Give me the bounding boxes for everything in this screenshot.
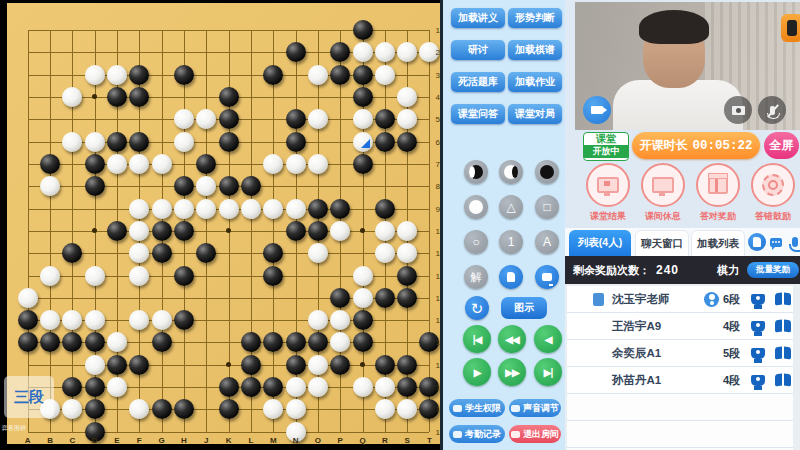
white-stone-S4 — [397, 87, 417, 107]
white-stone-E17 — [107, 377, 127, 397]
column-label: P — [333, 436, 347, 445]
white-stone-D14 — [85, 310, 105, 330]
trophy-reward-icon[interactable] — [751, 348, 765, 359]
student-name: 沈玉宇老师 — [612, 292, 704, 307]
homework-book-icon[interactable] — [775, 320, 791, 332]
lesson-button-6[interactable]: 加载作业 — [508, 72, 562, 92]
camera-icon — [732, 106, 745, 115]
button-icon — [453, 405, 462, 412]
playback-rewind-button[interactable]: ◀◀ — [498, 325, 526, 353]
roster-row-2[interactable]: 王浩宇A94段 — [567, 313, 793, 340]
star-point — [92, 94, 97, 99]
star-point — [226, 362, 231, 367]
black-stone-R6 — [375, 132, 395, 152]
white-stone-N9 — [286, 199, 306, 219]
white-stone-D16 — [85, 355, 105, 375]
column-label: D — [88, 436, 102, 445]
white-stone-D6 — [85, 132, 105, 152]
white-stone-A13 — [18, 288, 38, 308]
black-stone-P13 — [330, 288, 350, 308]
rank-value: 5段 — [723, 346, 751, 361]
white-stone-E7 — [107, 154, 127, 174]
reward-count-label: 剩余奖励次数： — [573, 263, 650, 278]
tab-1[interactable]: 列表(4人) — [569, 230, 631, 256]
column-label: E — [110, 436, 124, 445]
roster-row-1[interactable]: 沈玉宇老师6段 — [567, 286, 793, 313]
last-move-triangle-marker — [361, 139, 370, 148]
white-stone-E3 — [107, 65, 127, 85]
black-stone-Q3 — [353, 65, 373, 85]
column-label: N — [289, 436, 303, 445]
microphone-icon[interactable] — [786, 233, 800, 251]
black-stone-R13 — [375, 288, 395, 308]
white-stone-R11 — [375, 243, 395, 263]
white-stone-R2 — [375, 42, 395, 62]
student-name: 余奕辰A1 — [612, 346, 704, 361]
white-stone-R18 — [375, 399, 395, 419]
timer-label: 开课时长 — [639, 137, 687, 154]
black-stone-M3 — [263, 65, 283, 85]
playback-step-back-button[interactable]: ◀ — [534, 325, 562, 353]
circle-mark-icon[interactable]: ○ — [464, 230, 488, 254]
attendance-record-button[interactable]: 考勤记录 — [449, 425, 505, 443]
black-stone-C15 — [62, 332, 82, 352]
black-stone-G11 — [152, 243, 172, 263]
gift-icon — [708, 177, 728, 194]
mic-mute-button[interactable] — [758, 96, 786, 124]
black-stone-K18 — [219, 399, 239, 419]
black-stone-D15 — [85, 332, 105, 352]
black-stone-H3 — [174, 65, 194, 85]
tab-3[interactable]: 加载列表 — [691, 230, 745, 258]
white-stone-alt-icon[interactable] — [499, 160, 523, 184]
reward-actions-row: 课堂结果课间休息答对奖励答错鼓励 — [565, 163, 800, 225]
badge-icon — [762, 174, 784, 196]
white-stone-H6 — [174, 132, 194, 152]
white-stone-F14 — [129, 310, 149, 330]
black-stone-M11 — [263, 243, 283, 263]
white-stone-O11 — [308, 243, 328, 263]
white-stone-R3 — [375, 65, 395, 85]
black-stone-E4 — [107, 87, 127, 107]
monitor-icon — [597, 177, 619, 193]
black-stone-M15 — [263, 332, 283, 352]
black-stone-N6 — [286, 132, 306, 152]
batch-reward-button[interactable]: 批量奖励 — [747, 262, 799, 278]
white-stone-F9 — [129, 199, 149, 219]
black-stone-icon[interactable] — [535, 160, 559, 184]
white-stone-S11 — [397, 243, 417, 263]
black-stone-N16 — [286, 355, 306, 375]
white-stone-S10 — [397, 221, 417, 241]
black-stone-H8 — [174, 176, 194, 196]
black-stone-L15 — [241, 332, 261, 352]
black-stone-J7 — [196, 154, 216, 174]
white-stone-F12 — [129, 266, 149, 286]
teacher-video-feed[interactable] — [575, 2, 800, 130]
black-stone-H10 — [174, 221, 194, 241]
white-stone-E15 — [107, 332, 127, 352]
white-stone-S5 — [397, 109, 417, 129]
white-stone-N18 — [286, 399, 306, 419]
black-stone-G18 — [152, 399, 172, 419]
white-stone-C18 — [62, 399, 82, 419]
reward-action-1[interactable]: 课堂结果 — [581, 163, 635, 223]
tab-bar: 列表(4人)聊天窗口加载列表 — [565, 228, 800, 256]
white-stone-O17 — [308, 377, 328, 397]
black-stone-N10 — [286, 221, 306, 241]
white-stone-Q17 — [353, 377, 373, 397]
white-stone-M9 — [263, 199, 283, 219]
black-stone-E6 — [107, 132, 127, 152]
black-stone-A14 — [18, 310, 38, 330]
black-stone-M12 — [263, 266, 283, 286]
black-stone-C11 — [62, 243, 82, 263]
black-stone-S17 — [397, 377, 417, 397]
homework-book-icon[interactable] — [775, 374, 791, 386]
reward-action-label: 课间休息 — [636, 210, 690, 223]
reward-count-value: 240 — [656, 263, 679, 277]
black-stone-D8 — [85, 176, 105, 196]
white-stone-F7 — [129, 154, 149, 174]
hand-pointer-icon[interactable] — [499, 265, 523, 289]
column-label: R — [378, 436, 392, 445]
white-stone-B8 — [40, 176, 60, 196]
white-stone-D12 — [85, 266, 105, 286]
column-label: G — [155, 436, 169, 445]
white-stone-H5 — [174, 109, 194, 129]
class-status-row: 课堂 开放中 开课时长 00:05:22 全屏 — [565, 132, 800, 159]
sound-adjust-button[interactable]: 声音调节 — [509, 399, 561, 417]
class-open-badge: 课堂 开放中 — [583, 132, 629, 161]
column-label: O — [311, 436, 325, 445]
black-stone-H12 — [174, 266, 194, 286]
white-stone-J9 — [196, 199, 216, 219]
black-stone-K6 — [219, 132, 239, 152]
black-stone-H14 — [174, 310, 194, 330]
white-stone-M7 — [263, 154, 283, 174]
tab-2[interactable]: 聊天窗口 — [635, 230, 689, 258]
playback-fast-forward-button[interactable]: ▶▶ — [498, 358, 526, 386]
white-stone-S18 — [397, 399, 417, 419]
column-label: L — [244, 436, 258, 445]
homework-book-icon[interactable] — [775, 347, 791, 359]
black-stone-N2 — [286, 42, 306, 62]
lesson-button-5[interactable]: 死活题库 — [451, 72, 505, 92]
white-stone-B14 — [40, 310, 60, 330]
letter-mark-icon[interactable]: A — [535, 230, 559, 254]
black-stone-N15 — [286, 332, 306, 352]
black-stone-S6 — [397, 132, 417, 152]
tushi-diagram-button[interactable]: 图示 — [501, 297, 547, 319]
mic-muted-icon — [770, 106, 775, 115]
classroom-panel: 课堂 开放中 开课时长 00:05:22 全屏 课堂结果课间休息答对奖励答错鼓励… — [565, 0, 800, 450]
white-stone-P10 — [330, 221, 350, 241]
white-stone-M18 — [263, 399, 283, 419]
trophy-reward-icon[interactable] — [751, 294, 765, 305]
column-label: K — [222, 436, 236, 445]
black-stone-O9 — [308, 199, 328, 219]
white-stone-Q12 — [353, 266, 373, 286]
star-point — [360, 362, 365, 367]
white-stone-F10 — [129, 221, 149, 241]
column-label: F — [132, 436, 146, 445]
badge-top-text: 课堂 — [584, 133, 628, 145]
black-stone-Q4 — [353, 87, 373, 107]
exit-room-button[interactable]: 退出房间 — [509, 425, 561, 443]
black-stone-alt-icon[interactable] — [464, 160, 488, 184]
black-stone-A15 — [18, 332, 38, 352]
black-stone-H18 — [174, 399, 194, 419]
call-button[interactable] — [781, 14, 800, 42]
white-stone-B12 — [40, 266, 60, 286]
lesson-button-8[interactable]: 课堂对局 — [508, 104, 562, 124]
black-stone-G15 — [152, 332, 172, 352]
reward-count-bar: 剩余奖励次数： 240 棋力 批量奖励 — [565, 256, 800, 284]
black-stone-K4 — [219, 87, 239, 107]
white-stone-N7 — [286, 154, 306, 174]
star-point — [226, 228, 231, 233]
black-stone-K17 — [219, 377, 239, 397]
phone-icon — [787, 20, 797, 36]
reward-action-4[interactable]: 答错鼓励 — [746, 163, 800, 223]
white-stone-F18 — [129, 399, 149, 419]
rank-column-header: 棋力 — [717, 263, 739, 278]
white-stone-P14 — [330, 310, 350, 330]
rank-value: 4段 — [723, 373, 751, 388]
white-stone-Q5 — [353, 109, 373, 129]
black-stone-O15 — [308, 332, 328, 352]
black-stone-B15 — [40, 332, 60, 352]
black-stone-K5 — [219, 109, 239, 129]
refresh-icon[interactable]: ↻ — [465, 296, 489, 320]
student-roster: 沈玉宇老师6段王浩宇A94段余奕辰A15段孙苗丹A14段 — [565, 284, 800, 450]
square-mark-icon[interactable]: □ — [535, 195, 559, 219]
grid-line — [429, 30, 430, 432]
black-stone-Q14 — [353, 310, 373, 330]
rank-value: 4段 — [723, 319, 751, 334]
video-camera-icon — [591, 106, 603, 114]
paint-roller-icon[interactable] — [535, 265, 559, 289]
teaching-tool-panel: 加载讲义形势判断研讨加载棋谱死活题库加载作业课堂问答课堂对局 △□○1A解↻图示… — [443, 0, 565, 450]
timer-value: 00:05:22 — [692, 139, 752, 153]
column-label: S — [400, 436, 414, 445]
column-label: Q — [356, 436, 370, 445]
white-stone-D3 — [85, 65, 105, 85]
grid-line — [28, 253, 430, 254]
white-stone-O16 — [308, 355, 328, 375]
white-stone-C4 — [62, 87, 82, 107]
white-stone-N17 — [286, 377, 306, 397]
jie-solve-button[interactable]: 解 — [464, 265, 488, 289]
white-stone-F11 — [129, 243, 149, 263]
lesson-button-2[interactable]: 形势判断 — [508, 8, 562, 28]
black-stone-S12 — [397, 266, 417, 286]
button-icon — [511, 405, 520, 412]
black-stone-S13 — [397, 288, 417, 308]
column-label: M — [266, 436, 280, 445]
grid-line — [273, 30, 274, 432]
black-stone-Q15 — [353, 332, 373, 352]
roster-row-3[interactable]: 余奕辰A15段 — [567, 340, 793, 367]
white-stone-C6 — [62, 132, 82, 152]
black-stone-F3 — [129, 65, 149, 85]
video-camera-button[interactable] — [583, 96, 611, 124]
white-stone-S2 — [397, 42, 417, 62]
black-stone-R5 — [375, 109, 395, 129]
white-stone-O14 — [308, 310, 328, 330]
column-label: C — [65, 436, 79, 445]
black-stone-P3 — [330, 65, 350, 85]
black-stone-Q1 — [353, 20, 373, 40]
trophy-reward-icon[interactable] — [751, 321, 765, 332]
black-stone-L16 — [241, 355, 261, 375]
watermark-text: 弈客围棋 — [2, 424, 26, 433]
white-stone-P15 — [330, 332, 350, 352]
monitor-pause-icon — [652, 177, 674, 193]
chat-bubbles-icon[interactable] — [767, 233, 785, 251]
white-stone-G14 — [152, 310, 172, 330]
lesson-button-3[interactable]: 研讨 — [451, 40, 505, 60]
black-stone-B7 — [40, 154, 60, 174]
teacher-hair — [639, 10, 709, 44]
button-icon — [453, 431, 462, 438]
white-stone-L9 — [241, 199, 261, 219]
black-stone-P2 — [330, 42, 350, 62]
column-label: J — [199, 436, 213, 445]
column-label: B — [43, 436, 57, 445]
black-stone-D7 — [85, 154, 105, 174]
black-stone-M17 — [263, 377, 283, 397]
lesson-button-1[interactable]: 加载讲义 — [451, 8, 505, 28]
trophy-reward-icon[interactable] — [751, 375, 765, 386]
white-stone-J8 — [196, 176, 216, 196]
column-label: T — [422, 436, 436, 445]
fullscreen-button[interactable]: 全屏 — [764, 132, 799, 159]
black-stone-D18 — [85, 399, 105, 419]
column-label: A — [21, 436, 35, 445]
playback-skip-end-button[interactable]: ▶| — [534, 358, 562, 386]
student-permission-button[interactable]: 学生权限 — [449, 399, 505, 417]
white-stone-O5 — [308, 109, 328, 129]
black-stone-S16 — [397, 355, 417, 375]
homework-book-icon[interactable] — [775, 293, 791, 305]
badge-bottom-text: 开放中 — [584, 145, 628, 158]
white-stone-K9 — [219, 199, 239, 219]
black-stone-F6 — [129, 132, 149, 152]
white-stone-J5 — [196, 109, 216, 129]
teacher-book-icon — [593, 293, 604, 306]
teacher-avatar-icon — [704, 292, 719, 307]
black-stone-Q7 — [353, 154, 373, 174]
button-icon — [511, 431, 520, 438]
white-stone-O7 — [308, 154, 328, 174]
column-label: H — [177, 436, 191, 445]
black-stone-P16 — [330, 355, 350, 375]
snapshot-button[interactable] — [724, 96, 752, 124]
white-stone-Q2 — [353, 42, 373, 62]
black-stone-R9 — [375, 199, 395, 219]
black-stone-P9 — [330, 199, 350, 219]
black-stone-E10 — [107, 221, 127, 241]
reward-action-3[interactable]: 答对奖励 — [691, 163, 745, 223]
lesson-button-4[interactable]: 加载棋谱 — [508, 40, 562, 60]
lesson-button-7[interactable]: 课堂问答 — [451, 104, 505, 124]
white-stone-C14 — [62, 310, 82, 330]
go-board[interactable]: 12345678910111213141516171819ABCDEFGHJKL… — [7, 3, 444, 444]
student-name: 孙苗丹A1 — [612, 373, 704, 388]
star-point — [92, 228, 97, 233]
black-stone-O10 — [308, 221, 328, 241]
black-stone-N5 — [286, 109, 306, 129]
white-stone-R10 — [375, 221, 395, 241]
roster-empty-row — [567, 421, 793, 448]
playback-play-button[interactable]: ▶ — [463, 358, 491, 386]
student-name: 王浩宇A9 — [612, 319, 704, 334]
black-stone-F16 — [129, 355, 149, 375]
triangle-mark-icon[interactable]: △ — [499, 195, 523, 219]
star-point — [360, 228, 365, 233]
reward-action-2[interactable]: 课间休息 — [636, 163, 690, 223]
roster-empty-row — [567, 394, 793, 421]
black-stone-K8 — [219, 176, 239, 196]
black-stone-G10 — [152, 221, 172, 241]
white-stone-G9 — [152, 199, 172, 219]
reward-action-label: 课堂结果 — [581, 210, 635, 223]
playback-skip-start-button[interactable]: |◀ — [463, 325, 491, 353]
white-stone-icon[interactable] — [464, 195, 488, 219]
white-stone-Q13 — [353, 288, 373, 308]
reward-action-label: 答错鼓励 — [746, 210, 800, 223]
reward-action-label: 答对奖励 — [691, 210, 745, 223]
black-stone-L17 — [241, 377, 261, 397]
black-stone-L8 — [241, 176, 261, 196]
black-stone-C17 — [62, 377, 82, 397]
list-section: 列表(4人)聊天窗口加载列表 剩余奖励次数： 240 棋力 批量奖励 沈玉宇老师… — [565, 228, 800, 450]
rank-value: 6段 — [723, 292, 751, 307]
black-stone-J11 — [196, 243, 216, 263]
black-stone-D17 — [85, 377, 105, 397]
white-stone-R17 — [375, 377, 395, 397]
black-stone-F4 — [129, 87, 149, 107]
class-timer: 开课时长 00:05:22 — [632, 132, 760, 159]
black-stone-E16 — [107, 355, 127, 375]
roster-row-4[interactable]: 孙苗丹A14段 — [567, 367, 793, 394]
white-stone-O3 — [308, 65, 328, 85]
black-stone-R16 — [375, 355, 395, 375]
white-stone-H9 — [174, 199, 194, 219]
white-stone-G7 — [152, 154, 172, 174]
number-mark-icon[interactable]: 1 — [499, 230, 523, 254]
watermark-logo: 三段 — [4, 376, 54, 418]
raise-hand-icon[interactable] — [748, 233, 766, 251]
